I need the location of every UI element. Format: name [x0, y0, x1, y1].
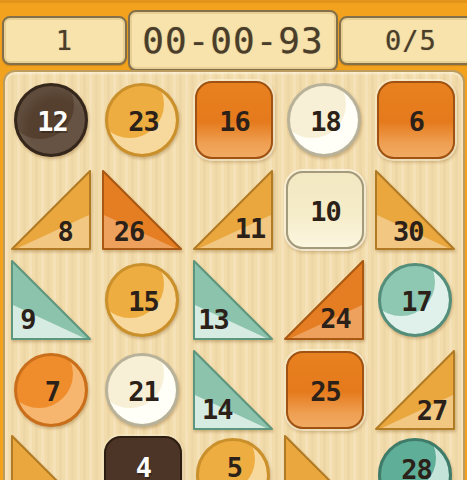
cell-r5c2[interactable]: 4: [98, 431, 189, 480]
cell-number: 26: [114, 215, 145, 246]
cell-number: 14: [202, 394, 233, 425]
cell-r4c5[interactable]: 27: [371, 346, 462, 436]
cell-r2c1[interactable]: 8: [7, 166, 98, 256]
cell-r1c4[interactable]: 18: [280, 76, 371, 166]
cell-number: 27: [417, 394, 448, 425]
cell-number: 11: [235, 213, 266, 244]
cell-r1c1[interactable]: 12: [7, 76, 98, 166]
cell-number: 17: [401, 286, 432, 317]
cell-r2c3[interactable]: 11: [189, 166, 280, 256]
cell-number: 13: [198, 304, 229, 335]
cell-r4c1[interactable]: 7: [7, 346, 98, 436]
cell-r5c5[interactable]: 28: [371, 431, 462, 480]
cell-r4c4[interactable]: 25: [280, 346, 371, 436]
level-box: 1: [2, 16, 127, 65]
cell-number: 28: [401, 453, 432, 480]
cell-r4c3[interactable]: 14: [189, 346, 280, 436]
cell-number: 7: [45, 376, 60, 407]
cell-number: 16: [219, 106, 250, 137]
cell-number: 6: [409, 106, 424, 137]
cell-number: 8: [58, 215, 73, 246]
timer-box: 00-00-93: [128, 10, 338, 71]
cell-number: 23: [128, 106, 159, 137]
cell-r5c4[interactable]: [280, 431, 371, 480]
cell-r3c3[interactable]: 13: [189, 256, 280, 346]
cell-number: 24: [320, 303, 351, 334]
cell-r5c3[interactable]: 5: [189, 431, 280, 480]
cell-number: 18: [310, 106, 341, 137]
progress-value: 0/5: [385, 25, 437, 56]
cell-r5c1[interactable]: [7, 431, 98, 480]
cell-r3c4[interactable]: 24: [280, 256, 371, 346]
cell-r3c1[interactable]: 9: [7, 256, 98, 346]
progress-box: 0/5: [339, 16, 467, 65]
header-bar: 1 00-00-93 0/5: [0, 0, 467, 73]
cell-r3c2[interactable]: 15: [98, 256, 189, 346]
cell-number: 15: [128, 286, 159, 317]
cell-r2c2[interactable]: 26: [98, 166, 189, 256]
cell-r2c4[interactable]: 10: [280, 166, 371, 256]
cell-number: 9: [20, 304, 35, 335]
cell-r4c2[interactable]: 21: [98, 346, 189, 436]
cell-number: 30: [393, 215, 424, 246]
cell-number: 5: [227, 452, 242, 480]
cell-r2c5[interactable]: 30: [371, 166, 462, 256]
cell-number: 21: [128, 376, 159, 407]
cell-r1c3[interactable]: 16: [189, 76, 280, 166]
level-value: 1: [56, 25, 73, 56]
cell-number: 10: [310, 196, 341, 227]
cell-r1c2[interactable]: 23: [98, 76, 189, 166]
cell-r1c5[interactable]: 6: [371, 76, 462, 166]
cell-number: 25: [310, 376, 341, 407]
cell-number: 12: [37, 106, 68, 137]
cell-r3c5[interactable]: 17: [371, 256, 462, 346]
cell-number: 4: [136, 452, 151, 480]
board: 1223161868261110309151324177211425274528: [3, 70, 465, 480]
timer-value: 00-00-93: [142, 20, 323, 61]
